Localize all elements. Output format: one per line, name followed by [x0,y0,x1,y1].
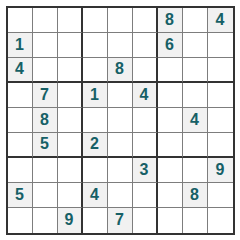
cell-r7c4[interactable] [83,158,108,183]
cell-r4c3[interactable] [58,83,83,108]
cell-r7c5[interactable] [108,158,133,183]
cell-r7c2[interactable] [33,158,58,183]
cell-r6c1[interactable] [8,133,33,158]
cell-r1c4[interactable] [83,8,108,33]
sudoku-board: 84164871484523954897 [6,6,235,235]
cell-r4c6[interactable]: 4 [133,83,158,108]
cell-r5c9[interactable] [208,108,233,133]
cell-r2c2[interactable] [33,33,58,58]
cell-r2c7[interactable]: 6 [158,33,183,58]
cell-r2c8[interactable] [183,33,208,58]
cell-r8c7[interactable] [158,183,183,208]
cell-r8c3[interactable] [58,183,83,208]
cell-r2c9[interactable] [208,33,233,58]
cell-r5c7[interactable] [158,108,183,133]
cell-r4c5[interactable] [108,83,133,108]
cell-r2c4[interactable] [83,33,108,58]
cell-r5c2[interactable]: 8 [33,108,58,133]
cell-r9c8[interactable] [183,208,208,233]
cell-r1c2[interactable] [33,8,58,33]
cell-r2c5[interactable] [108,33,133,58]
cell-r6c2[interactable]: 5 [33,133,58,158]
cell-r2c6[interactable] [133,33,158,58]
cell-r8c1[interactable]: 5 [8,183,33,208]
cell-r8c2[interactable] [33,183,58,208]
cell-r1c3[interactable] [58,8,83,33]
cell-r3c1[interactable]: 4 [8,58,33,83]
cell-r9c3[interactable]: 9 [58,208,83,233]
cell-r3c2[interactable] [33,58,58,83]
cell-r4c8[interactable] [183,83,208,108]
cell-r1c7[interactable]: 8 [158,8,183,33]
cell-r3c3[interactable] [58,58,83,83]
cell-r1c5[interactable] [108,8,133,33]
cell-r6c5[interactable] [108,133,133,158]
cell-r5c4[interactable] [83,108,108,133]
cell-r6c4[interactable]: 2 [83,133,108,158]
cell-r7c9[interactable]: 9 [208,158,233,183]
cell-r6c3[interactable] [58,133,83,158]
cell-r6c9[interactable] [208,133,233,158]
cell-r9c5[interactable]: 7 [108,208,133,233]
cell-r9c1[interactable] [8,208,33,233]
cell-r8c6[interactable] [133,183,158,208]
cell-r6c6[interactable] [133,133,158,158]
cell-r3c4[interactable] [83,58,108,83]
cell-r7c6[interactable]: 3 [133,158,158,183]
cell-r3c6[interactable] [133,58,158,83]
cell-r5c6[interactable] [133,108,158,133]
cell-r8c4[interactable]: 4 [83,183,108,208]
sudoku-page: 84164871484523954897 [0,0,240,240]
cell-r3c5[interactable]: 8 [108,58,133,83]
cell-r2c3[interactable] [58,33,83,58]
cell-r7c7[interactable] [158,158,183,183]
cell-r9c6[interactable] [133,208,158,233]
cell-r1c1[interactable] [8,8,33,33]
cell-r5c1[interactable] [8,108,33,133]
cell-r4c2[interactable]: 7 [33,83,58,108]
cell-r3c7[interactable] [158,58,183,83]
cell-r5c3[interactable] [58,108,83,133]
cell-r5c5[interactable] [108,108,133,133]
cell-r7c8[interactable] [183,158,208,183]
cell-r6c8[interactable] [183,133,208,158]
cell-r3c9[interactable] [208,58,233,83]
cell-r9c2[interactable] [33,208,58,233]
cell-r9c4[interactable] [83,208,108,233]
cell-r4c7[interactable] [158,83,183,108]
cell-r2c1[interactable]: 1 [8,33,33,58]
cell-r5c8[interactable]: 4 [183,108,208,133]
cell-r7c3[interactable] [58,158,83,183]
cell-r1c8[interactable] [183,8,208,33]
cell-r4c4[interactable]: 1 [83,83,108,108]
cell-r4c9[interactable] [208,83,233,108]
cell-r8c5[interactable] [108,183,133,208]
cell-r7c1[interactable] [8,158,33,183]
cell-r1c6[interactable] [133,8,158,33]
cell-r8c9[interactable] [208,183,233,208]
cell-r9c7[interactable] [158,208,183,233]
cell-r4c1[interactable] [8,83,33,108]
cell-r6c7[interactable] [158,133,183,158]
cell-r9c9[interactable] [208,208,233,233]
cell-r1c9[interactable]: 4 [208,8,233,33]
cell-r3c8[interactable] [183,58,208,83]
cell-r8c8[interactable]: 8 [183,183,208,208]
